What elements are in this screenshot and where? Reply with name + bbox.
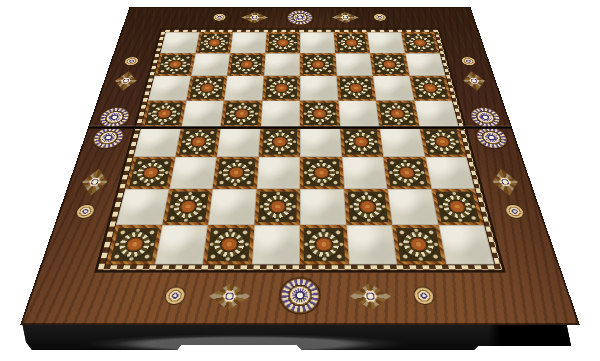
square-e7[interactable] (300, 53, 336, 76)
ornament-circle-left-lower (75, 205, 95, 218)
square-a6[interactable] (148, 76, 191, 101)
square-g6[interactable] (373, 76, 414, 101)
ornament-diamond-right-lower (489, 169, 522, 196)
square-h7[interactable] (405, 53, 446, 76)
ornament-circle-left-upper (124, 57, 139, 65)
mosaic-strip-frame (96, 29, 503, 271)
ornament-diamond-left-upper (112, 71, 139, 90)
square-f8[interactable] (334, 32, 370, 53)
square-d3[interactable] (256, 157, 300, 189)
ornament-diamond-left-lower (78, 169, 111, 196)
ornament-circle-bottom-left (165, 288, 186, 304)
ornament-medallion-top (288, 11, 312, 25)
square-f4[interactable] (340, 127, 384, 156)
square-g8[interactable] (367, 32, 405, 53)
square-f2[interactable] (344, 189, 392, 225)
square-h6[interactable] (409, 76, 452, 101)
square-f5[interactable] (338, 100, 379, 127)
square-d1[interactable] (251, 225, 300, 265)
square-e3[interactable] (300, 157, 344, 189)
square-b2[interactable] (162, 189, 213, 225)
square-b5[interactable] (181, 100, 224, 127)
square-a1[interactable] (106, 225, 162, 265)
square-f7[interactable] (335, 53, 373, 76)
square-b8[interactable] (195, 32, 233, 53)
ornament-diamond-bottom-right (349, 283, 392, 309)
square-d2[interactable] (254, 189, 300, 225)
ornament-diamond-top-left (241, 12, 268, 23)
square-g3[interactable] (383, 157, 431, 189)
ornament-medallion-left-upper (98, 108, 131, 127)
square-g5[interactable] (376, 100, 419, 127)
ornament-circle-bottom-right (414, 288, 435, 304)
square-h4[interactable] (419, 127, 466, 156)
square-e2[interactable] (300, 189, 346, 225)
square-c2[interactable] (208, 189, 256, 225)
ornament-diamond-top-right (332, 12, 359, 23)
square-e5[interactable] (300, 100, 340, 127)
ornament-medallion-right-upper (469, 108, 502, 127)
square-c4[interactable] (217, 127, 261, 156)
board-side-edge (0, 322, 600, 350)
square-d7[interactable] (264, 53, 300, 76)
square-b4[interactable] (175, 127, 220, 156)
square-e6[interactable] (300, 76, 338, 101)
square-a2[interactable] (116, 189, 169, 225)
square-g2[interactable] (387, 189, 438, 225)
square-f1[interactable] (346, 225, 397, 265)
square-c5[interactable] (221, 100, 262, 127)
wood-frame (20, 7, 580, 325)
square-h1[interactable] (438, 225, 494, 265)
ornament-medallion-left-lower (91, 128, 125, 148)
square-a7[interactable] (154, 53, 195, 76)
ornament-diamond-right-upper (461, 71, 488, 90)
ornament-circle-top-left (213, 14, 226, 21)
square-c8[interactable] (230, 32, 266, 53)
square-a3[interactable] (125, 157, 175, 189)
square-f6[interactable] (336, 76, 376, 101)
fold-hinge-seam (88, 126, 513, 129)
square-g4[interactable] (379, 127, 424, 156)
game-board (20, 7, 580, 325)
square-b7[interactable] (191, 53, 230, 76)
square-g1[interactable] (392, 225, 446, 265)
square-d5[interactable] (260, 100, 300, 127)
square-h5[interactable] (414, 100, 459, 127)
square-g7[interactable] (370, 53, 409, 76)
square-e4[interactable] (300, 127, 342, 156)
ornament-medallion-bottom (281, 279, 318, 312)
ornament-circle-right-upper (461, 57, 476, 65)
square-c7[interactable] (227, 53, 265, 76)
square-c3[interactable] (213, 157, 259, 189)
square-b1[interactable] (154, 225, 208, 265)
square-d4[interactable] (258, 127, 300, 156)
square-f3[interactable] (342, 157, 388, 189)
square-e1[interactable] (300, 225, 349, 265)
square-b3[interactable] (169, 157, 217, 189)
square-e8[interactable] (300, 32, 335, 53)
square-h8[interactable] (401, 32, 440, 53)
square-d8[interactable] (265, 32, 300, 53)
square-h2[interactable] (431, 189, 484, 225)
square-h3[interactable] (425, 157, 475, 189)
square-a5[interactable] (141, 100, 186, 127)
square-c1[interactable] (203, 225, 254, 265)
board-grid (106, 32, 495, 264)
square-b6[interactable] (186, 76, 227, 101)
square-c6[interactable] (224, 76, 264, 101)
square-a4[interactable] (134, 127, 181, 156)
square-d6[interactable] (262, 76, 300, 101)
ornament-circle-top-right (373, 14, 386, 21)
square-a8[interactable] (160, 32, 199, 53)
ornament-medallion-right-lower (475, 128, 509, 148)
ornament-diamond-bottom-left (208, 283, 251, 309)
ornament-circle-right-lower (505, 205, 525, 218)
